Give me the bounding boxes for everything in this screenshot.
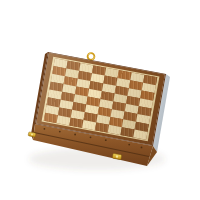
board-grid xyxy=(44,58,158,139)
product-photo-scene xyxy=(0,0,200,200)
square-h1 xyxy=(133,130,147,140)
board-playing-area xyxy=(42,57,160,142)
